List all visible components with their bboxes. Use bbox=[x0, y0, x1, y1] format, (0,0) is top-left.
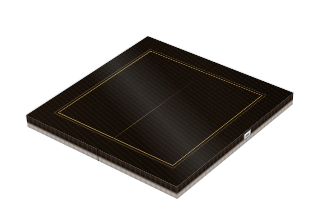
chess-board bbox=[26, 36, 293, 187]
clasp-slot bbox=[246, 133, 250, 138]
product-photo bbox=[0, 0, 320, 213]
fold-seam-side bbox=[97, 149, 99, 161]
board-surface bbox=[26, 36, 293, 187]
scene bbox=[0, 0, 320, 213]
clasp-latch bbox=[244, 129, 251, 142]
